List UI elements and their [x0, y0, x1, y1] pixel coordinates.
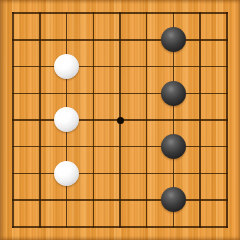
intersection-A4[interactable]: [0, 133, 27, 160]
intersection-J8[interactable]: [213, 27, 240, 54]
intersection-A5[interactable]: [0, 107, 27, 134]
black-stone: [161, 81, 186, 106]
intersection-E5[interactable]: [107, 107, 134, 134]
intersection-F7[interactable]: [133, 53, 160, 80]
intersection-H7[interactable]: [187, 53, 214, 80]
intersection-J2[interactable]: [213, 187, 240, 214]
intersection-J1[interactable]: [213, 213, 240, 240]
intersection-A2[interactable]: [0, 187, 27, 214]
intersection-J9[interactable]: [213, 0, 240, 27]
intersection-F8[interactable]: [133, 27, 160, 54]
intersection-E3[interactable]: [107, 160, 134, 187]
intersection-J7[interactable]: [213, 53, 240, 80]
intersection-D4[interactable]: [80, 133, 107, 160]
intersection-G9[interactable]: [160, 0, 187, 27]
intersection-D9[interactable]: [80, 0, 107, 27]
intersection-D5[interactable]: [80, 107, 107, 134]
go-board[interactable]: [0, 0, 240, 240]
intersection-C7[interactable]: [53, 53, 80, 80]
intersection-F1[interactable]: [133, 213, 160, 240]
intersection-H4[interactable]: [187, 133, 214, 160]
intersection-C6[interactable]: [53, 80, 80, 107]
intersection-A7[interactable]: [0, 53, 27, 80]
intersection-F5[interactable]: [133, 107, 160, 134]
intersection-G4[interactable]: [160, 133, 187, 160]
intersection-B4[interactable]: [27, 133, 54, 160]
intersection-C5[interactable]: [53, 107, 80, 134]
intersection-E1[interactable]: [107, 213, 134, 240]
intersection-H6[interactable]: [187, 80, 214, 107]
white-stone: [54, 54, 79, 79]
intersection-D3[interactable]: [80, 160, 107, 187]
intersection-H5[interactable]: [187, 107, 214, 134]
intersection-J5[interactable]: [213, 107, 240, 134]
intersection-A3[interactable]: [0, 160, 27, 187]
intersection-B2[interactable]: [27, 187, 54, 214]
intersection-F2[interactable]: [133, 187, 160, 214]
intersection-G2[interactable]: [160, 187, 187, 214]
intersection-B9[interactable]: [27, 0, 54, 27]
intersection-F3[interactable]: [133, 160, 160, 187]
intersection-G5[interactable]: [160, 107, 187, 134]
white-stone: [54, 107, 79, 132]
intersection-G8[interactable]: [160, 27, 187, 54]
intersection-J3[interactable]: [213, 160, 240, 187]
intersection-D1[interactable]: [80, 213, 107, 240]
intersection-H2[interactable]: [187, 187, 214, 214]
intersection-J6[interactable]: [213, 80, 240, 107]
intersection-E2[interactable]: [107, 187, 134, 214]
white-stone: [54, 161, 79, 186]
intersection-G7[interactable]: [160, 53, 187, 80]
intersection-A6[interactable]: [0, 80, 27, 107]
intersection-C3[interactable]: [53, 160, 80, 187]
intersection-E6[interactable]: [107, 80, 134, 107]
intersection-B6[interactable]: [27, 80, 54, 107]
intersection-B1[interactable]: [27, 213, 54, 240]
black-stone: [161, 27, 186, 52]
intersection-F6[interactable]: [133, 80, 160, 107]
intersection-E4[interactable]: [107, 133, 134, 160]
intersection-B3[interactable]: [27, 160, 54, 187]
intersection-G1[interactable]: [160, 213, 187, 240]
intersection-C2[interactable]: [53, 187, 80, 214]
intersection-D2[interactable]: [80, 187, 107, 214]
intersection-H1[interactable]: [187, 213, 214, 240]
intersection-D7[interactable]: [80, 53, 107, 80]
intersection-D8[interactable]: [80, 27, 107, 54]
board-grid: [0, 0, 240, 240]
intersection-B5[interactable]: [27, 107, 54, 134]
intersection-A1[interactable]: [0, 213, 27, 240]
intersection-B8[interactable]: [27, 27, 54, 54]
intersection-C1[interactable]: [53, 213, 80, 240]
intersection-H9[interactable]: [187, 0, 214, 27]
intersection-A8[interactable]: [0, 27, 27, 54]
black-stone: [161, 134, 186, 159]
black-stone: [161, 187, 186, 212]
intersection-E9[interactable]: [107, 0, 134, 27]
intersection-J4[interactable]: [213, 133, 240, 160]
intersection-C8[interactable]: [53, 27, 80, 54]
intersection-G6[interactable]: [160, 80, 187, 107]
intersection-F4[interactable]: [133, 133, 160, 160]
intersection-G3[interactable]: [160, 160, 187, 187]
intersection-C9[interactable]: [53, 0, 80, 27]
intersection-F9[interactable]: [133, 0, 160, 27]
intersection-C4[interactable]: [53, 133, 80, 160]
intersection-E7[interactable]: [107, 53, 134, 80]
intersection-B7[interactable]: [27, 53, 54, 80]
intersection-D6[interactable]: [80, 80, 107, 107]
intersection-E8[interactable]: [107, 27, 134, 54]
intersection-A9[interactable]: [0, 0, 27, 27]
intersection-H8[interactable]: [187, 27, 214, 54]
intersection-H3[interactable]: [187, 160, 214, 187]
